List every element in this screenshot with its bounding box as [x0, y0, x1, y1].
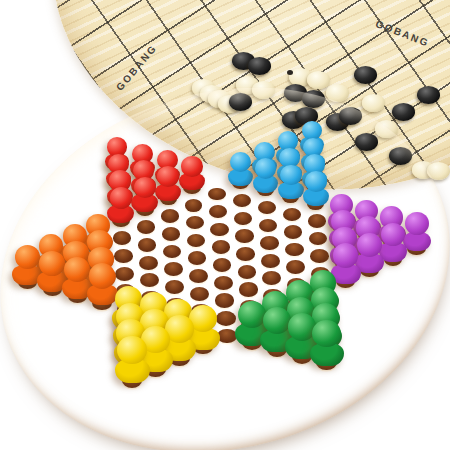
board-hole[interactable] [309, 232, 327, 246]
board-hole[interactable] [238, 265, 257, 279]
board-hole[interactable] [187, 234, 205, 248]
board-hole[interactable] [185, 199, 203, 212]
board-hole[interactable] [163, 245, 182, 259]
board-hole[interactable] [261, 254, 280, 268]
board-hole[interactable] [213, 258, 232, 272]
board-hole[interactable] [212, 240, 230, 254]
board-hole[interactable] [137, 220, 155, 233]
board-hole[interactable] [188, 251, 207, 265]
board-hole[interactable] [214, 276, 233, 290]
board-hole[interactable] [139, 256, 158, 270]
board-hole[interactable] [260, 236, 278, 250]
board-hole[interactable] [234, 212, 252, 225]
board-hole[interactable] [208, 188, 225, 201]
peg-cyan[interactable] [253, 158, 278, 192]
peg-yellow[interactable] [115, 336, 150, 383]
board-hole[interactable] [217, 329, 237, 344]
board-hole[interactable] [259, 219, 277, 232]
board-hole[interactable] [310, 249, 329, 263]
peg-green[interactable] [310, 320, 344, 366]
peg-red[interactable] [155, 166, 181, 201]
board-hole[interactable] [235, 229, 253, 242]
peg-red[interactable] [179, 156, 204, 190]
board-hole[interactable] [284, 225, 302, 238]
board-hole[interactable] [258, 201, 276, 214]
board-hole[interactable] [308, 214, 326, 227]
peg-cyan[interactable] [228, 152, 253, 186]
board-hole[interactable] [138, 238, 156, 252]
product-photo-scene: GOBANG GOBANG [0, 0, 450, 450]
board-hole[interactable] [286, 260, 305, 274]
board-hole[interactable] [233, 194, 251, 207]
board-hole[interactable] [210, 223, 228, 236]
board-hole[interactable] [283, 208, 301, 221]
board-hole[interactable] [189, 269, 208, 283]
board-hole[interactable] [262, 271, 281, 285]
board-hole[interactable] [209, 205, 227, 218]
board-hole[interactable] [186, 216, 204, 229]
peg-cyan[interactable] [303, 171, 329, 206]
board-hole[interactable] [285, 243, 303, 257]
board-hole[interactable] [164, 262, 183, 276]
board-hole[interactable] [115, 267, 134, 281]
board-hole[interactable] [236, 247, 255, 261]
chinese-checkers-pieces-layer [0, 0, 450, 450]
board-hole[interactable] [239, 282, 258, 296]
board-hole[interactable] [114, 249, 133, 263]
peg-cyan[interactable] [278, 165, 304, 200]
board-hole[interactable] [161, 209, 179, 222]
board-hole[interactable] [113, 231, 131, 245]
peg-red[interactable] [131, 177, 157, 213]
board-hole[interactable] [162, 227, 180, 240]
